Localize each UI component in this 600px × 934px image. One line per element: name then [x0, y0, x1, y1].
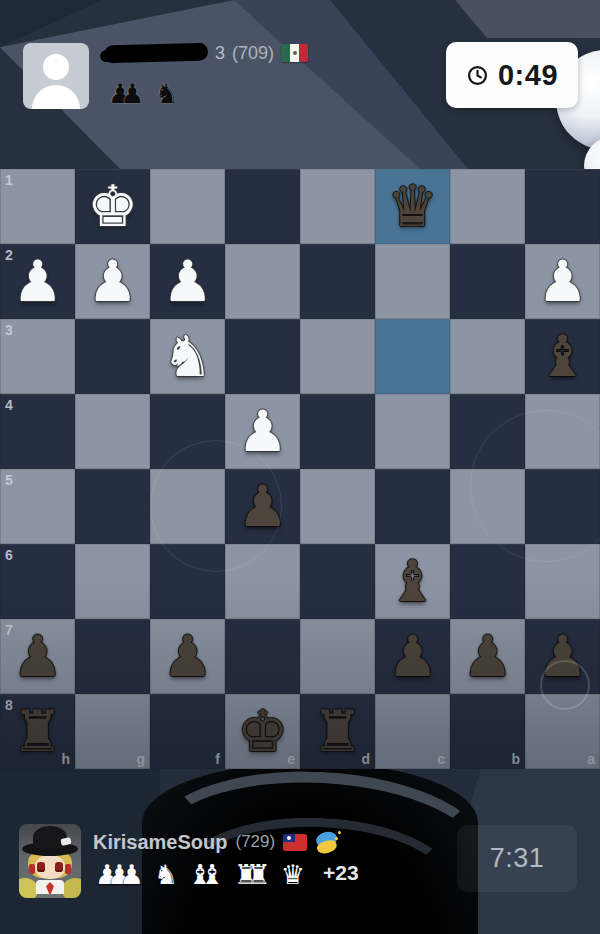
avatar-silhouette-body — [32, 85, 80, 109]
top-player-name-row[interactable]: 3 (709) — [104, 42, 308, 64]
piece-black-pawn-f7[interactable]: ♟ — [150, 619, 225, 694]
bottom-player-name: KirisameSoup — [93, 831, 227, 854]
rank-label-5: 5 — [5, 473, 13, 487]
captured-knight: ♞ — [154, 861, 178, 888]
square-h3[interactable]: 3 — [0, 319, 75, 394]
square-b3[interactable] — [450, 319, 525, 394]
piece-black-pawn-a7[interactable]: ♟ — [525, 619, 600, 694]
avatar-silhouette-head — [43, 54, 69, 80]
avatar-art — [37, 862, 45, 872]
square-d8[interactable]: d♜ — [300, 694, 375, 769]
captured-bishops: ♝♝ — [188, 861, 224, 888]
square-g4[interactable] — [75, 394, 150, 469]
square-b5[interactable] — [450, 469, 525, 544]
square-c8[interactable]: c — [375, 694, 450, 769]
square-e6[interactable] — [225, 544, 300, 619]
piece-black-bishop-a3[interactable]: ♝ — [525, 319, 600, 394]
square-h8[interactable]: 8h♜ — [0, 694, 75, 769]
captured-piece-icon: ♞ — [154, 861, 178, 888]
square-c2[interactable] — [375, 244, 450, 319]
captured-piece-icon: ♛ — [281, 861, 305, 888]
square-a4[interactable] — [525, 394, 600, 469]
chess-board[interactable]: 1♚♛2♟♟♟♟3♞♝4♟5♟6♝7♟♟♟♟♟8h♜gfe♚d♜cba — [0, 169, 600, 769]
square-h7[interactable]: 7♟ — [0, 619, 75, 694]
square-c3[interactable] — [375, 319, 450, 394]
rank-label-3: 3 — [5, 323, 13, 337]
square-a3[interactable]: ♝ — [525, 319, 600, 394]
square-d7[interactable] — [300, 619, 375, 694]
piece-white-pawn-g2[interactable]: ♟ — [75, 244, 150, 319]
square-c4[interactable] — [375, 394, 450, 469]
bottom-player-time: 7:31 — [490, 843, 545, 874]
square-d4[interactable] — [300, 394, 375, 469]
avatar-bottom-player[interactable] — [19, 824, 81, 898]
mexico-flag-icon — [281, 44, 308, 62]
square-h6[interactable]: 6 — [0, 544, 75, 619]
avatar-top-player[interactable] — [23, 43, 89, 109]
square-e2[interactable] — [225, 244, 300, 319]
square-f8[interactable]: f — [150, 694, 225, 769]
square-e7[interactable] — [225, 619, 300, 694]
square-c6[interactable]: ♝ — [375, 544, 450, 619]
square-d5[interactable] — [300, 469, 375, 544]
square-f7[interactable]: ♟ — [150, 619, 225, 694]
piece-black-queen-c1[interactable]: ♛ — [375, 169, 450, 244]
captured-knight: ♞ — [154, 80, 178, 107]
square-h4[interactable]: 4 — [0, 394, 75, 469]
bird-badge-icon — [315, 831, 342, 854]
square-b2[interactable] — [450, 244, 525, 319]
file-label-b: b — [511, 752, 520, 766]
avatar-art — [62, 878, 81, 898]
square-e8[interactable]: e♚ — [225, 694, 300, 769]
file-label-a: a — [587, 752, 595, 766]
square-g1[interactable]: ♚ — [75, 169, 150, 244]
captured-piece-icon: ♜ — [247, 861, 271, 888]
square-b1[interactable] — [450, 169, 525, 244]
square-f6[interactable] — [150, 544, 225, 619]
square-b8[interactable]: b — [450, 694, 525, 769]
square-c7[interactable]: ♟ — [375, 619, 450, 694]
square-h1[interactable]: 1 — [0, 169, 75, 244]
square-d2[interactable] — [300, 244, 375, 319]
piece-black-pawn-e5[interactable]: ♟ — [225, 469, 300, 544]
square-a7[interactable]: ♟ — [525, 619, 600, 694]
square-c1[interactable]: ♛ — [375, 169, 450, 244]
piece-white-king-g1[interactable]: ♚ — [75, 169, 150, 244]
square-c5[interactable] — [375, 469, 450, 544]
piece-white-pawn-h2[interactable]: ♟ — [0, 244, 75, 319]
captured-piece-icon: ♝ — [200, 861, 224, 888]
captured-pawns: ♟♟ — [108, 80, 144, 107]
bottom-player-clock: 7:31 — [457, 825, 577, 892]
file-label-c: c — [437, 752, 445, 766]
square-g2[interactable]: ♟ — [75, 244, 150, 319]
bottom-player-captured-pieces: ♟♟♟♞♝♝♜♜♛+23 — [95, 861, 359, 888]
piece-black-king-e8[interactable]: ♚ — [225, 694, 300, 769]
square-a2[interactable]: ♟ — [525, 244, 600, 319]
square-g5[interactable] — [75, 469, 150, 544]
piece-white-pawn-f2[interactable]: ♟ — [150, 244, 225, 319]
piece-black-rook-d8[interactable]: ♜ — [300, 694, 375, 769]
square-f3[interactable]: ♞ — [150, 319, 225, 394]
square-b4[interactable] — [450, 394, 525, 469]
square-e5[interactable]: ♟ — [225, 469, 300, 544]
rank-label-6: 6 — [5, 548, 13, 562]
avatar-art — [55, 862, 63, 872]
bottom-player-name-row[interactable]: KirisameSoup (729) — [93, 829, 342, 855]
square-a1[interactable] — [525, 169, 600, 244]
piece-black-pawn-c7[interactable]: ♟ — [375, 619, 450, 694]
square-f2[interactable]: ♟ — [150, 244, 225, 319]
top-player-clock: 0:49 — [446, 42, 578, 108]
square-h2[interactable]: 2♟ — [0, 244, 75, 319]
top-player-time: 0:49 — [498, 59, 558, 92]
top-player-name-suffix: 3 — [215, 43, 225, 64]
captured-rooks: ♜♜ — [234, 861, 270, 888]
clock-icon — [466, 64, 489, 87]
rank-label-4: 4 — [5, 398, 13, 412]
chess-game-screen: 3 (709) ♟♟♞ 0:49 1♚♛2♟♟♟♟3♞♝4♟5♟6♝7♟♟♟♟♟… — [0, 0, 600, 934]
square-g3[interactable] — [75, 319, 150, 394]
square-h5[interactable]: 5 — [0, 469, 75, 544]
top-player-captured-pieces: ♟♟♞ — [108, 80, 179, 107]
square-a5[interactable] — [525, 469, 600, 544]
avatar-art — [65, 864, 71, 874]
material-advantage: +23 — [323, 861, 359, 888]
top-player-rating: (709) — [232, 43, 274, 64]
square-g8[interactable]: g — [75, 694, 150, 769]
square-e4[interactable]: ♟ — [225, 394, 300, 469]
square-g7[interactable] — [75, 619, 150, 694]
square-f1[interactable] — [150, 169, 225, 244]
piece-black-pawn-h7[interactable]: ♟ — [0, 619, 75, 694]
square-b7[interactable]: ♟ — [450, 619, 525, 694]
file-label-f: f — [215, 752, 220, 766]
captured-pawns: ♟♟♟ — [95, 861, 144, 888]
square-a6[interactable] — [525, 544, 600, 619]
redacted-name-scribble — [104, 43, 208, 64]
square-d6[interactable] — [300, 544, 375, 619]
square-f4[interactable] — [150, 394, 225, 469]
avatar-art — [29, 864, 35, 874]
piece-white-pawn-e4[interactable]: ♟ — [225, 394, 300, 469]
captured-piece-icon: ♞ — [154, 80, 178, 107]
piece-black-bishop-c6[interactable]: ♝ — [375, 544, 450, 619]
taiwan-flag-icon — [283, 834, 307, 851]
captured-queen: ♛ — [281, 861, 305, 888]
square-a8[interactable]: a — [525, 694, 600, 769]
piece-black-rook-h8[interactable]: ♜ — [0, 694, 75, 769]
square-g6[interactable] — [75, 544, 150, 619]
piece-white-pawn-a2[interactable]: ♟ — [525, 244, 600, 319]
captured-piece-icon: ♟ — [119, 861, 143, 888]
square-b6[interactable] — [450, 544, 525, 619]
bottom-player-rating: (729) — [235, 832, 275, 852]
square-e1[interactable] — [225, 169, 300, 244]
captured-piece-icon: ♟ — [120, 80, 144, 107]
rank-label-1: 1 — [5, 173, 13, 187]
square-f5[interactable] — [150, 469, 225, 544]
square-d3[interactable] — [300, 319, 375, 394]
file-label-g: g — [136, 752, 145, 766]
piece-white-knight-f3[interactable]: ♞ — [150, 319, 225, 394]
piece-black-pawn-b7[interactable]: ♟ — [450, 619, 525, 694]
square-d1[interactable] — [300, 169, 375, 244]
square-e3[interactable] — [225, 319, 300, 394]
